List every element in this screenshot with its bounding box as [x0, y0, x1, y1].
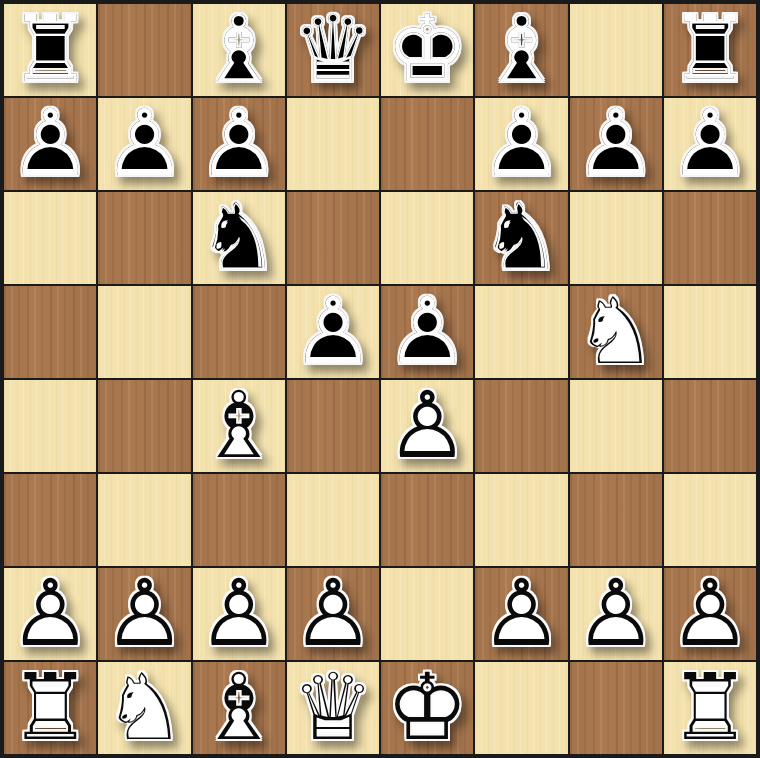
- piece-white-pawn[interactable]: ♟♙: [381, 380, 473, 472]
- square-h3[interactable]: [664, 474, 756, 566]
- square-g1[interactable]: [570, 662, 662, 754]
- square-h8[interactable]: ♜♖: [664, 4, 756, 96]
- piece-black-rook[interactable]: ♜♖: [664, 4, 756, 96]
- square-a3[interactable]: [4, 474, 96, 566]
- square-c5[interactable]: [193, 286, 285, 378]
- black-pawn-detail-icon: ♙: [287, 286, 379, 378]
- square-h5[interactable]: [664, 286, 756, 378]
- piece-white-pawn[interactable]: ♟♙: [570, 568, 662, 660]
- white-rook-detail-icon: ♖: [4, 662, 96, 754]
- square-f1[interactable]: [475, 662, 567, 754]
- piece-black-pawn[interactable]: ♟♙: [664, 98, 756, 190]
- piece-white-pawn[interactable]: ♟♙: [475, 568, 567, 660]
- black-pawn-detail-icon: ♙: [98, 98, 190, 190]
- square-c4[interactable]: ♝♗: [193, 380, 285, 472]
- black-bishop-detail-icon: ♗: [475, 4, 567, 96]
- square-a1[interactable]: ♜♖: [4, 662, 96, 754]
- square-f8[interactable]: ♝♗: [475, 4, 567, 96]
- piece-white-knight[interactable]: ♞♘: [98, 662, 190, 754]
- piece-white-pawn[interactable]: ♟♙: [664, 568, 756, 660]
- square-h4[interactable]: [664, 380, 756, 472]
- white-pawn-detail-icon: ♙: [475, 568, 567, 660]
- white-pawn-detail-icon: ♙: [193, 568, 285, 660]
- square-a6[interactable]: [4, 192, 96, 284]
- square-c1[interactable]: ♝♗: [193, 662, 285, 754]
- square-e3[interactable]: [381, 474, 473, 566]
- piece-white-rook[interactable]: ♜♖: [4, 662, 96, 754]
- white-pawn-detail-icon: ♙: [570, 568, 662, 660]
- square-d6[interactable]: [287, 192, 379, 284]
- white-pawn-detail-icon: ♙: [664, 568, 756, 660]
- square-h2[interactable]: ♟♙: [664, 568, 756, 660]
- chess-board-frame: ♜♖♝♗♛♕♚♔♝♗♜♖♟♙♟♙♟♙♟♙♟♙♟♙♞♘♞♘♟♙♟♙♞♘♝♗♟♙♟♙…: [0, 0, 760, 758]
- black-rook-detail-icon: ♖: [4, 4, 96, 96]
- white-bishop-detail-icon: ♗: [193, 380, 285, 472]
- black-pawn-detail-icon: ♙: [193, 98, 285, 190]
- piece-white-king[interactable]: ♚♔: [381, 662, 473, 754]
- square-b1[interactable]: ♞♘: [98, 662, 190, 754]
- square-e4[interactable]: ♟♙: [381, 380, 473, 472]
- black-pawn-detail-icon: ♙: [381, 286, 473, 378]
- square-d1[interactable]: ♛♕: [287, 662, 379, 754]
- piece-white-pawn[interactable]: ♟♙: [4, 568, 96, 660]
- black-pawn-detail-icon: ♙: [664, 98, 756, 190]
- white-pawn-detail-icon: ♙: [98, 568, 190, 660]
- square-g4[interactable]: [570, 380, 662, 472]
- piece-black-king[interactable]: ♚♔: [381, 4, 473, 96]
- square-g6[interactable]: [570, 192, 662, 284]
- piece-white-rook[interactable]: ♜♖: [664, 662, 756, 754]
- piece-white-pawn[interactable]: ♟♙: [287, 568, 379, 660]
- square-f4[interactable]: [475, 380, 567, 472]
- black-knight-detail-icon: ♘: [193, 192, 285, 284]
- square-d3[interactable]: [287, 474, 379, 566]
- white-pawn-detail-icon: ♙: [381, 380, 473, 472]
- square-b4[interactable]: [98, 380, 190, 472]
- chess-board: ♜♖♝♗♛♕♚♔♝♗♜♖♟♙♟♙♟♙♟♙♟♙♟♙♞♘♞♘♟♙♟♙♞♘♝♗♟♙♟♙…: [4, 4, 756, 754]
- square-f5[interactable]: [475, 286, 567, 378]
- square-d8[interactable]: ♛♕: [287, 4, 379, 96]
- square-a4[interactable]: [4, 380, 96, 472]
- piece-black-queen[interactable]: ♛♕: [287, 4, 379, 96]
- white-king-detail-icon: ♔: [381, 662, 473, 754]
- square-e2[interactable]: [381, 568, 473, 660]
- black-pawn-detail-icon: ♙: [475, 98, 567, 190]
- square-c6[interactable]: ♞♘: [193, 192, 285, 284]
- square-d5[interactable]: ♟♙: [287, 286, 379, 378]
- square-b3[interactable]: [98, 474, 190, 566]
- piece-black-knight[interactable]: ♞♘: [193, 192, 285, 284]
- square-d7[interactable]: [287, 98, 379, 190]
- square-a8[interactable]: ♜♖: [4, 4, 96, 96]
- square-f6[interactable]: ♞♘: [475, 192, 567, 284]
- piece-black-pawn[interactable]: ♟♙: [193, 98, 285, 190]
- square-a7[interactable]: ♟♙: [4, 98, 96, 190]
- black-king-detail-icon: ♔: [381, 4, 473, 96]
- piece-white-pawn[interactable]: ♟♙: [193, 568, 285, 660]
- black-pawn-detail-icon: ♙: [570, 98, 662, 190]
- square-h7[interactable]: ♟♙: [664, 98, 756, 190]
- square-f2[interactable]: ♟♙: [475, 568, 567, 660]
- square-e1[interactable]: ♚♔: [381, 662, 473, 754]
- white-pawn-detail-icon: ♙: [4, 568, 96, 660]
- square-e7[interactable]: [381, 98, 473, 190]
- piece-white-pawn[interactable]: ♟♙: [98, 568, 190, 660]
- square-a2[interactable]: ♟♙: [4, 568, 96, 660]
- square-h1[interactable]: ♜♖: [664, 662, 756, 754]
- piece-white-knight[interactable]: ♞♘: [570, 286, 662, 378]
- piece-white-bishop[interactable]: ♝♗: [193, 662, 285, 754]
- square-b7[interactable]: ♟♙: [98, 98, 190, 190]
- white-knight-detail-icon: ♘: [98, 662, 190, 754]
- piece-white-bishop[interactable]: ♝♗: [193, 380, 285, 472]
- piece-black-rook[interactable]: ♜♖: [4, 4, 96, 96]
- square-a5[interactable]: [4, 286, 96, 378]
- white-rook-detail-icon: ♖: [664, 662, 756, 754]
- square-c7[interactable]: ♟♙: [193, 98, 285, 190]
- square-f7[interactable]: ♟♙: [475, 98, 567, 190]
- white-queen-detail-icon: ♕: [287, 662, 379, 754]
- piece-black-pawn[interactable]: ♟♙: [475, 98, 567, 190]
- square-g2[interactable]: ♟♙: [570, 568, 662, 660]
- black-queen-detail-icon: ♕: [287, 4, 379, 96]
- square-d4[interactable]: [287, 380, 379, 472]
- square-f3[interactable]: [475, 474, 567, 566]
- square-c3[interactable]: [193, 474, 285, 566]
- square-e8[interactable]: ♚♔: [381, 4, 473, 96]
- piece-white-queen[interactable]: ♛♕: [287, 662, 379, 754]
- white-knight-detail-icon: ♘: [570, 286, 662, 378]
- square-g8[interactable]: [570, 4, 662, 96]
- square-b8[interactable]: [98, 4, 190, 96]
- piece-black-pawn[interactable]: ♟♙: [381, 286, 473, 378]
- square-e6[interactable]: [381, 192, 473, 284]
- square-g5[interactable]: ♞♘: [570, 286, 662, 378]
- white-bishop-detail-icon: ♗: [193, 662, 285, 754]
- square-b2[interactable]: ♟♙: [98, 568, 190, 660]
- square-h6[interactable]: [664, 192, 756, 284]
- piece-black-pawn[interactable]: ♟♙: [98, 98, 190, 190]
- square-g7[interactable]: ♟♙: [570, 98, 662, 190]
- square-c2[interactable]: ♟♙: [193, 568, 285, 660]
- black-pawn-detail-icon: ♙: [4, 98, 96, 190]
- black-knight-detail-icon: ♘: [475, 192, 567, 284]
- square-c8[interactable]: ♝♗: [193, 4, 285, 96]
- square-g3[interactable]: [570, 474, 662, 566]
- black-rook-detail-icon: ♖: [664, 4, 756, 96]
- square-b6[interactable]: [98, 192, 190, 284]
- piece-black-pawn[interactable]: ♟♙: [4, 98, 96, 190]
- square-e5[interactable]: ♟♙: [381, 286, 473, 378]
- piece-black-bishop[interactable]: ♝♗: [475, 4, 567, 96]
- piece-black-knight[interactable]: ♞♘: [475, 192, 567, 284]
- piece-black-bishop[interactable]: ♝♗: [193, 4, 285, 96]
- piece-black-pawn[interactable]: ♟♙: [287, 286, 379, 378]
- square-d2[interactable]: ♟♙: [287, 568, 379, 660]
- square-b5[interactable]: [98, 286, 190, 378]
- black-bishop-detail-icon: ♗: [193, 4, 285, 96]
- piece-black-pawn[interactable]: ♟♙: [570, 98, 662, 190]
- white-pawn-detail-icon: ♙: [287, 568, 379, 660]
